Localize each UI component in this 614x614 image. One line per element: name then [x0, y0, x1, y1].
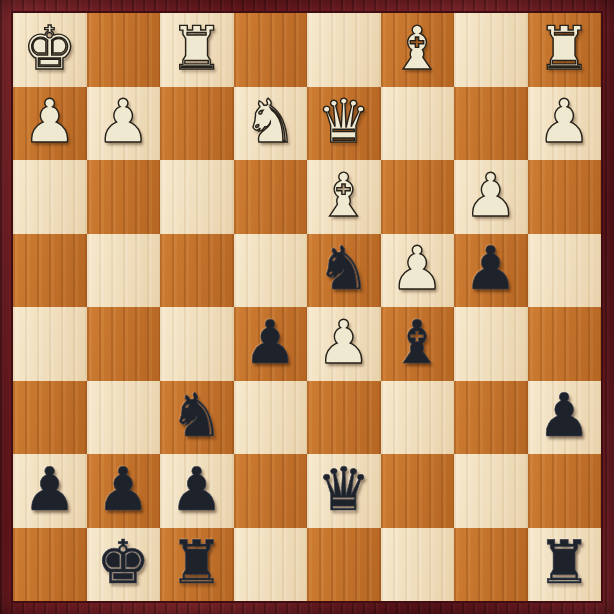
- black-pawn: ♟: [464, 238, 518, 298]
- square-c3[interactable]: [381, 160, 455, 234]
- square-g4[interactable]: [87, 234, 161, 308]
- square-a6[interactable]: ♟: [528, 381, 602, 455]
- square-c4[interactable]: ♟: [381, 234, 455, 308]
- square-c7[interactable]: [381, 454, 455, 528]
- square-d4[interactable]: ♞: [307, 234, 381, 308]
- square-e5[interactable]: ♟: [234, 307, 308, 381]
- square-h5[interactable]: [13, 307, 87, 381]
- white-bishop: ♝: [390, 18, 444, 78]
- square-e3[interactable]: [234, 160, 308, 234]
- black-pawn: ♟: [537, 385, 591, 445]
- square-b4[interactable]: ♟: [454, 234, 528, 308]
- square-a2[interactable]: ♟: [528, 87, 602, 161]
- square-a7[interactable]: [528, 454, 602, 528]
- black-pawn: ♟: [243, 312, 297, 372]
- square-d1[interactable]: [307, 13, 381, 87]
- white-pawn: ♟: [96, 91, 150, 151]
- square-h8[interactable]: [13, 528, 87, 602]
- square-h6[interactable]: [13, 381, 87, 455]
- square-h1[interactable]: ♚: [13, 13, 87, 87]
- square-c8[interactable]: [381, 528, 455, 602]
- square-b3[interactable]: ♟: [454, 160, 528, 234]
- black-king: ♚: [96, 532, 150, 592]
- square-f4[interactable]: [160, 234, 234, 308]
- square-d3[interactable]: ♝: [307, 160, 381, 234]
- square-d2[interactable]: ♛: [307, 87, 381, 161]
- square-d5[interactable]: ♟: [307, 307, 381, 381]
- square-f3[interactable]: [160, 160, 234, 234]
- black-pawn: ♟: [96, 459, 150, 519]
- square-e4[interactable]: [234, 234, 308, 308]
- square-f5[interactable]: [160, 307, 234, 381]
- square-f1[interactable]: ♜: [160, 13, 234, 87]
- square-e8[interactable]: [234, 528, 308, 602]
- square-c2[interactable]: [381, 87, 455, 161]
- chess-board: ♚♜♝♜♟♟♞♛♟♝♟♞♟♟♟♟♝♞♟♟♟♟♛♚♜♜: [13, 13, 601, 601]
- white-pawn: ♟: [537, 91, 591, 151]
- board-frame: ♚♜♝♜♟♟♞♛♟♝♟♞♟♟♟♟♝♞♟♟♟♟♛♚♜♜: [0, 0, 614, 614]
- square-e7[interactable]: [234, 454, 308, 528]
- square-c6[interactable]: [381, 381, 455, 455]
- white-rook: ♜: [537, 18, 591, 78]
- square-b2[interactable]: [454, 87, 528, 161]
- square-c5[interactable]: ♝: [381, 307, 455, 381]
- square-d7[interactable]: ♛: [307, 454, 381, 528]
- square-a3[interactable]: [528, 160, 602, 234]
- square-h2[interactable]: ♟: [13, 87, 87, 161]
- square-h4[interactable]: [13, 234, 87, 308]
- black-knight: ♞: [317, 238, 371, 298]
- square-e2[interactable]: ♞: [234, 87, 308, 161]
- black-bishop: ♝: [390, 312, 444, 372]
- square-g1[interactable]: [87, 13, 161, 87]
- square-b5[interactable]: [454, 307, 528, 381]
- black-rook: ♜: [170, 532, 224, 592]
- square-a4[interactable]: [528, 234, 602, 308]
- square-g6[interactable]: [87, 381, 161, 455]
- white-rook: ♜: [170, 18, 224, 78]
- square-a1[interactable]: ♜: [528, 13, 602, 87]
- black-pawn: ♟: [23, 459, 77, 519]
- white-pawn: ♟: [464, 165, 518, 225]
- white-pawn: ♟: [23, 91, 77, 151]
- white-king: ♚: [23, 18, 77, 78]
- square-f8[interactable]: ♜: [160, 528, 234, 602]
- square-b8[interactable]: [454, 528, 528, 602]
- square-f6[interactable]: ♞: [160, 381, 234, 455]
- square-g7[interactable]: ♟: [87, 454, 161, 528]
- square-h3[interactable]: [13, 160, 87, 234]
- square-e1[interactable]: [234, 13, 308, 87]
- square-b6[interactable]: [454, 381, 528, 455]
- square-g8[interactable]: ♚: [87, 528, 161, 602]
- square-c1[interactable]: ♝: [381, 13, 455, 87]
- square-g5[interactable]: [87, 307, 161, 381]
- black-rook: ♜: [537, 532, 591, 592]
- white-pawn: ♟: [390, 238, 444, 298]
- white-bishop: ♝: [317, 165, 371, 225]
- square-d8[interactable]: [307, 528, 381, 602]
- black-queen: ♛: [317, 459, 371, 519]
- square-g3[interactable]: [87, 160, 161, 234]
- square-e6[interactable]: [234, 381, 308, 455]
- square-d6[interactable]: [307, 381, 381, 455]
- square-g2[interactable]: ♟: [87, 87, 161, 161]
- black-knight: ♞: [170, 385, 224, 445]
- square-b7[interactable]: [454, 454, 528, 528]
- white-queen: ♛: [317, 91, 371, 151]
- square-a8[interactable]: ♜: [528, 528, 602, 602]
- square-a5[interactable]: [528, 307, 602, 381]
- white-pawn: ♟: [317, 312, 371, 372]
- black-pawn: ♟: [170, 459, 224, 519]
- square-f7[interactable]: ♟: [160, 454, 234, 528]
- square-f2[interactable]: [160, 87, 234, 161]
- square-h7[interactable]: ♟: [13, 454, 87, 528]
- white-knight: ♞: [243, 91, 297, 151]
- square-b1[interactable]: [454, 13, 528, 87]
